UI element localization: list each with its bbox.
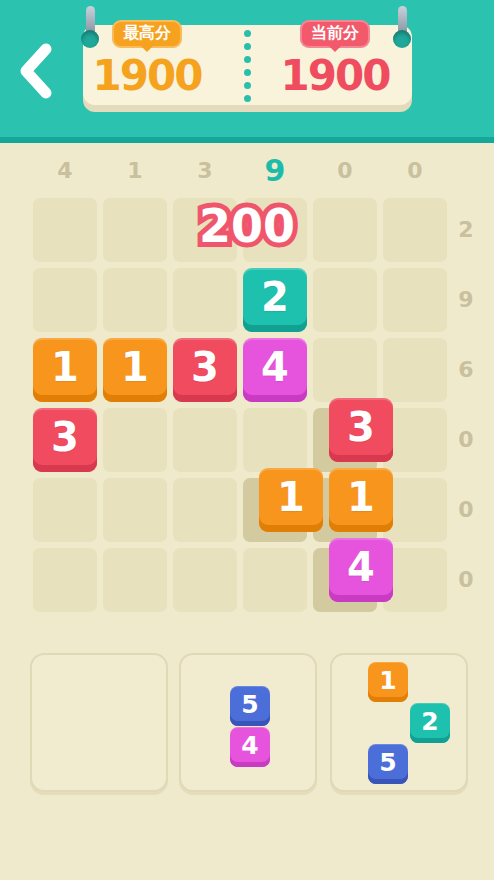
score-popup-text: 200 bbox=[199, 199, 295, 253]
board-cell[interactable] bbox=[103, 548, 167, 612]
row-clue: 9 bbox=[452, 268, 480, 332]
row-clue: 6 bbox=[452, 338, 480, 402]
game-board: 2113433114 200 200 bbox=[33, 198, 447, 612]
board-tile[interactable]: 1 bbox=[103, 338, 167, 402]
row-clue: 0 bbox=[452, 408, 480, 472]
column-clue: 0 bbox=[383, 156, 447, 186]
best-score-block: 最高分 1900 bbox=[83, 25, 211, 105]
piece-tray-2[interactable]: 54 bbox=[179, 653, 317, 792]
tray-tile[interactable]: 5 bbox=[230, 686, 270, 726]
board-cell[interactable] bbox=[33, 268, 97, 332]
board-cell[interactable] bbox=[383, 198, 447, 262]
row-clue: 0 bbox=[452, 548, 480, 612]
dot bbox=[244, 56, 251, 63]
piece-tray-1 bbox=[30, 653, 168, 792]
row-clues: 296000 bbox=[452, 198, 480, 612]
column-clue: 3 bbox=[173, 156, 237, 186]
divider-dots bbox=[244, 30, 251, 102]
dot bbox=[244, 82, 251, 89]
header: 最高分 1900 当前分 1900 bbox=[0, 0, 494, 137]
board-cell[interactable] bbox=[383, 268, 447, 332]
tray-tile[interactable]: 4 bbox=[230, 727, 270, 767]
column-clue: 0 bbox=[313, 156, 377, 186]
tray-tile[interactable]: 5 bbox=[368, 744, 408, 784]
board-cell[interactable] bbox=[383, 338, 447, 402]
current-score-badge: 当前分 bbox=[300, 20, 370, 48]
board-cell[interactable] bbox=[313, 338, 377, 402]
best-score-badge: 最高分 bbox=[112, 20, 182, 48]
column-clues: 413900 bbox=[33, 156, 447, 186]
board-cell[interactable] bbox=[33, 198, 97, 262]
dot bbox=[244, 43, 251, 50]
floating-tile[interactable]: 1 bbox=[329, 468, 393, 532]
board-cell[interactable] bbox=[173, 548, 237, 612]
game-screen: 最高分 1900 当前分 1900 413900 296000 21134331… bbox=[0, 0, 494, 880]
header-bottom-strip bbox=[0, 137, 494, 143]
board-cell[interactable] bbox=[103, 478, 167, 542]
floating-tile[interactable]: 1 bbox=[259, 468, 323, 532]
board-cell[interactable] bbox=[313, 198, 377, 262]
row-clue: 0 bbox=[452, 478, 480, 542]
board-cell[interactable] bbox=[33, 548, 97, 612]
column-clue: 9 bbox=[243, 156, 307, 186]
board-cell[interactable] bbox=[173, 268, 237, 332]
board-tile[interactable]: 2 bbox=[243, 268, 307, 332]
board-cell[interactable] bbox=[313, 268, 377, 332]
back-button[interactable] bbox=[14, 42, 58, 102]
board-tile[interactable]: 1 bbox=[33, 338, 97, 402]
board-tile[interactable]: 3 bbox=[173, 338, 237, 402]
column-clue: 1 bbox=[103, 156, 167, 186]
chevron-left-icon bbox=[16, 42, 56, 100]
board-cell[interactable] bbox=[243, 408, 307, 472]
board-cell[interactable] bbox=[103, 408, 167, 472]
dot bbox=[244, 95, 251, 102]
score-panel: 最高分 1900 当前分 1900 bbox=[83, 25, 412, 105]
score-popup: 200 200 bbox=[199, 199, 295, 253]
dot bbox=[244, 69, 251, 76]
dot bbox=[244, 30, 251, 37]
floating-tile[interactable]: 3 bbox=[329, 398, 393, 462]
board-cell[interactable] bbox=[243, 548, 307, 612]
tray-tile[interactable]: 1 bbox=[368, 662, 408, 702]
board-cell[interactable] bbox=[103, 268, 167, 332]
column-clue: 4 bbox=[33, 156, 97, 186]
current-score-value: 1900 bbox=[271, 51, 399, 100]
board-cell[interactable] bbox=[103, 198, 167, 262]
board-cell[interactable] bbox=[33, 478, 97, 542]
best-score-value: 1900 bbox=[83, 51, 211, 100]
board-tile[interactable]: 4 bbox=[243, 338, 307, 402]
floating-tile[interactable]: 4 bbox=[329, 538, 393, 602]
board-cell[interactable] bbox=[173, 408, 237, 472]
board-tile[interactable]: 3 bbox=[33, 408, 97, 472]
board-cell[interactable] bbox=[173, 478, 237, 542]
tray-tile[interactable]: 2 bbox=[410, 703, 450, 743]
current-score-block: 当前分 1900 bbox=[271, 25, 399, 105]
piece-tray-3[interactable]: 125 bbox=[330, 653, 468, 792]
row-clue: 2 bbox=[452, 198, 480, 262]
